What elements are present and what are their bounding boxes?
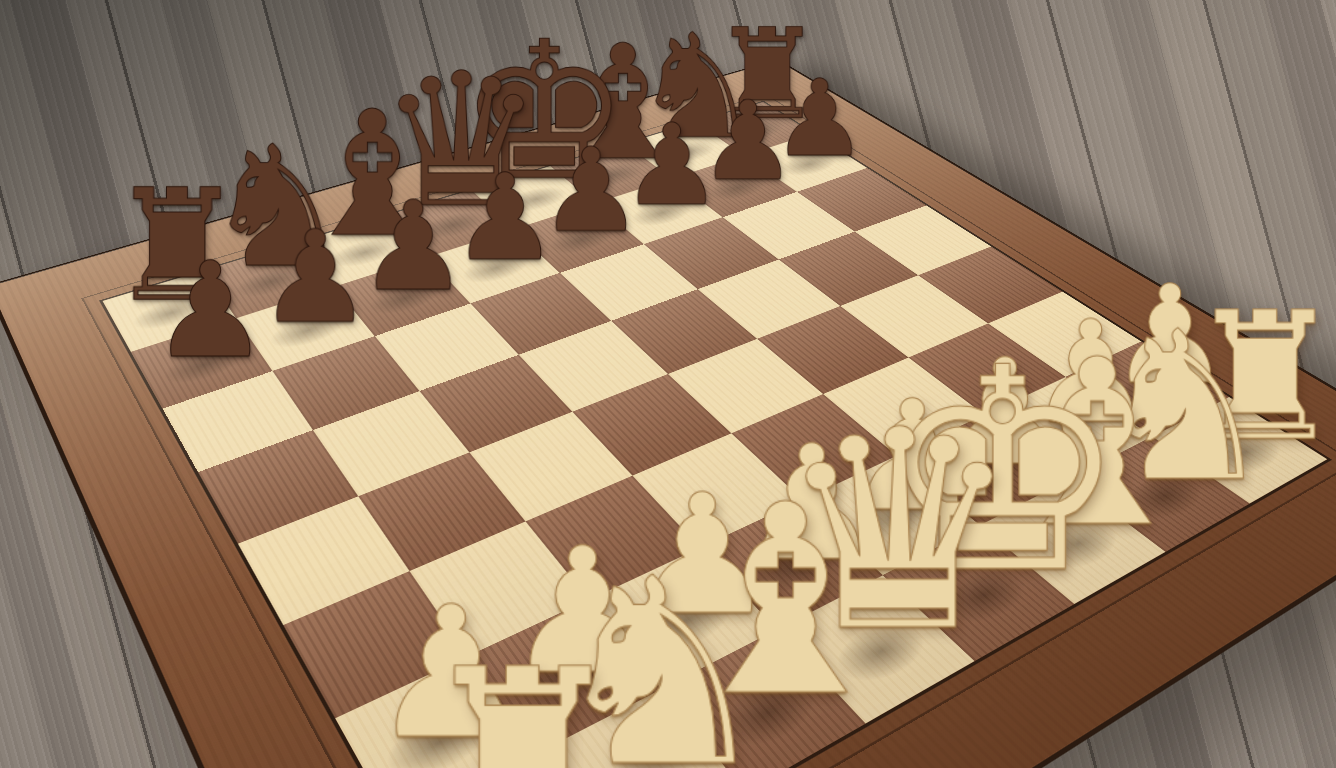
piece-black-pawn: ♟ xyxy=(151,244,270,376)
square-a1: ♜ xyxy=(395,754,613,768)
piece-black-pawn: ♟ xyxy=(258,213,372,341)
board-frame: ♜♞♝♛♚♝♞♜♟♟♟♟♟♟♟♟♟♟♟♟♟♟♟♟♜♞♝♛♚♝♞♜ xyxy=(0,61,1336,768)
piece-black-pawn: ♟ xyxy=(358,184,469,307)
scene-photo: ♜♞♝♛♚♝♞♜♟♟♟♟♟♟♟♟♟♟♟♟♟♟♟♟♜♞♝♛♚♝♞♜ xyxy=(0,0,1336,768)
piece-white-rook: ♜ xyxy=(414,637,631,768)
chess-board-3d: ♜♞♝♛♚♝♞♜♟♟♟♟♟♟♟♟♟♟♟♟♟♟♟♟♜♞♝♛♚♝♞♜ xyxy=(0,0,1336,768)
square-c5 xyxy=(420,355,573,453)
board-grid: ♜♞♝♛♚♝♞♜♟♟♟♟♟♟♟♟♟♟♟♟♟♟♟♟♜♞♝♛♚♝♞♜ xyxy=(103,102,1327,768)
